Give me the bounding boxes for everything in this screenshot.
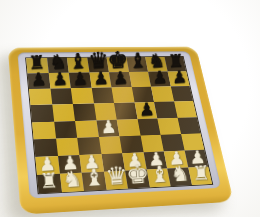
square-b6: [50, 88, 73, 104]
white-pawn: ♟: [147, 150, 164, 169]
square-b7: ♟: [48, 73, 70, 89]
square-a7: ♟: [28, 73, 51, 89]
black-pawn: ♟: [171, 68, 187, 86]
square-d5: [94, 103, 117, 120]
square-b5: [52, 104, 75, 121]
black-knight: ♞: [148, 51, 167, 71]
square-g5: [154, 102, 177, 118]
black-bishop: ♝: [128, 50, 147, 71]
square-c6: [71, 88, 94, 104]
black-knight: ♞: [48, 52, 67, 73]
square-c2: ♟: [79, 154, 103, 173]
square-e2: ♟: [122, 152, 146, 170]
black-pawn: ♟: [52, 70, 69, 88]
white-pawn: ♟: [83, 152, 101, 172]
square-a5: [31, 105, 54, 122]
square-b1: ♞: [59, 173, 84, 193]
square-d4: ♟: [96, 119, 119, 136]
black-queen: ♛: [88, 49, 109, 73]
square-d1: ♛: [104, 171, 128, 190]
square-b3: [56, 138, 80, 156]
square-a4: [32, 121, 55, 139]
white-pawn: ♟: [61, 153, 79, 173]
chess-tin-box: ♜♞♝♛♚♝♞♜♟♟♟♟♟♟♟♟♟♟♟♟♟♟♟♟♜♞♝♛♚♝♞♜: [8, 47, 234, 215]
black-rook: ♜: [28, 53, 46, 73]
white-pawn: ♟: [100, 117, 117, 136]
square-c8: ♝: [67, 58, 89, 73]
square-h4: [177, 117, 200, 134]
square-d2: [101, 153, 125, 172]
square-h2: ♟: [184, 150, 208, 168]
photo: ♜♞♝♛♚♝♞♜♟♟♟♟♟♟♟♟♟♟♟♟♟♟♟♟♜♞♝♛♚♝♞♜: [0, 0, 260, 217]
square-c5: [73, 104, 96, 121]
square-e6: [111, 87, 134, 103]
square-a6: [29, 89, 52, 106]
square-a2: ♟: [35, 156, 59, 175]
square-b8: ♞: [47, 58, 69, 73]
white-pawn: ♟: [126, 150, 144, 169]
square-f1: ♝: [146, 169, 170, 188]
black-pawn: ♟: [152, 69, 168, 87]
square-a3: [34, 138, 58, 156]
black-pawn: ♟: [93, 69, 110, 87]
square-e5: [114, 103, 137, 120]
square-c3: [77, 137, 101, 155]
square-h8: ♜: [164, 57, 186, 72]
black-rook: ♜: [167, 52, 185, 71]
square-c4: [75, 120, 98, 137]
square-d3: [98, 136, 122, 154]
black-pawn: ♟: [72, 70, 89, 88]
black-bishop: ♝: [68, 51, 88, 73]
square-h3: [181, 133, 205, 150]
square-d8: ♛: [87, 57, 109, 72]
square-c1: ♝: [82, 172, 107, 191]
square-c7: ♟: [69, 73, 91, 89]
square-b2: ♟: [58, 155, 82, 174]
square-h6: [170, 86, 193, 102]
square-a8: ♜: [26, 58, 48, 74]
square-a1: ♜: [37, 174, 62, 194]
white-pawn: ♟: [189, 148, 206, 167]
tin-inner-rim: ♜♞♝♛♚♝♞♜♟♟♟♟♟♟♟♟♟♟♟♟♟♟♟♟♜♞♝♛♚♝♞♜: [17, 51, 221, 198]
square-h5: [174, 101, 197, 117]
square-b4: [54, 121, 77, 139]
black-pawn: ♟: [138, 100, 155, 118]
white-pawn: ♟: [39, 154, 57, 174]
square-d7: ♟: [89, 72, 111, 88]
square-e4: [117, 119, 140, 136]
chess-board: ♜♞♝♛♚♝♞♜♟♟♟♟♟♟♟♟♟♟♟♟♟♟♟♟♜♞♝♛♚♝♞♜: [26, 57, 212, 194]
square-e7: ♟: [109, 72, 131, 88]
square-h1: ♜: [188, 167, 212, 186]
tin-scene: ♜♞♝♛♚♝♞♜♟♟♟♟♟♟♟♟♟♟♟♟♟♟♟♟♜♞♝♛♚♝♞♜: [10, 0, 243, 217]
white-pawn: ♟: [168, 149, 185, 168]
white-rook: ♜: [191, 163, 210, 184]
white-rook: ♜: [39, 170, 59, 192]
square-d6: [91, 88, 114, 104]
square-h7: ♟: [167, 71, 189, 86]
square-e8: ♚: [107, 57, 129, 72]
